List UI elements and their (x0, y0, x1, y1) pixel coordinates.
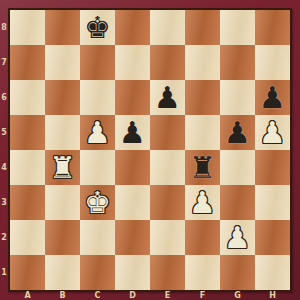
square-a8[interactable] (10, 10, 45, 45)
rank-label-4: 4 (0, 150, 8, 185)
piece-black-king[interactable]: ♚ (84, 10, 111, 45)
square-g4[interactable] (220, 150, 255, 185)
square-c1[interactable] (80, 255, 115, 290)
file-label-f: F (185, 291, 220, 300)
square-a5[interactable] (10, 115, 45, 150)
square-e4[interactable] (150, 150, 185, 185)
square-h1[interactable] (255, 255, 290, 290)
square-f8[interactable] (185, 10, 220, 45)
square-d5[interactable]: ♟ (115, 115, 150, 150)
square-h7[interactable] (255, 45, 290, 80)
square-c8[interactable]: ♚ (80, 10, 115, 45)
rank-label-7: 7 (0, 45, 8, 80)
square-d6[interactable] (115, 80, 150, 115)
chess-board: ♚♟♟♟♟♟♟♜♜♚♟♟ (8, 8, 292, 292)
square-a4[interactable] (10, 150, 45, 185)
square-g3[interactable] (220, 185, 255, 220)
square-d8[interactable] (115, 10, 150, 45)
rank-labels: 87654321 (0, 10, 8, 290)
square-h4[interactable] (255, 150, 290, 185)
piece-white-pawn[interactable]: ♟ (189, 185, 216, 220)
square-b6[interactable] (45, 80, 80, 115)
rank-label-8: 8 (0, 10, 8, 45)
square-e8[interactable] (150, 10, 185, 45)
square-h6[interactable]: ♟ (255, 80, 290, 115)
square-g8[interactable] (220, 10, 255, 45)
rank-label-3: 3 (0, 185, 8, 220)
square-g2[interactable]: ♟ (220, 220, 255, 255)
rank-label-1: 1 (0, 255, 8, 290)
square-g6[interactable] (220, 80, 255, 115)
square-f6[interactable] (185, 80, 220, 115)
square-e6[interactable]: ♟ (150, 80, 185, 115)
square-b8[interactable] (45, 10, 80, 45)
file-label-g: G (220, 291, 255, 300)
file-label-b: B (45, 291, 80, 300)
square-a2[interactable] (10, 220, 45, 255)
square-d4[interactable] (115, 150, 150, 185)
square-c6[interactable] (80, 80, 115, 115)
square-h3[interactable] (255, 185, 290, 220)
piece-white-pawn[interactable]: ♟ (224, 220, 251, 255)
piece-black-pawn[interactable]: ♟ (224, 115, 251, 150)
square-b2[interactable] (45, 220, 80, 255)
square-f7[interactable] (185, 45, 220, 80)
square-a3[interactable] (10, 185, 45, 220)
file-label-a: A (10, 291, 45, 300)
square-g1[interactable] (220, 255, 255, 290)
square-b4[interactable]: ♜ (45, 150, 80, 185)
square-a1[interactable] (10, 255, 45, 290)
square-c7[interactable] (80, 45, 115, 80)
square-c2[interactable] (80, 220, 115, 255)
square-b3[interactable] (45, 185, 80, 220)
square-g7[interactable] (220, 45, 255, 80)
file-label-h: H (255, 291, 290, 300)
file-label-c: C (80, 291, 115, 300)
square-a7[interactable] (10, 45, 45, 80)
square-h2[interactable] (255, 220, 290, 255)
square-e3[interactable] (150, 185, 185, 220)
piece-white-pawn[interactable]: ♟ (259, 115, 286, 150)
piece-white-rook[interactable]: ♜ (49, 150, 76, 185)
square-e7[interactable] (150, 45, 185, 80)
square-b1[interactable] (45, 255, 80, 290)
square-e1[interactable] (150, 255, 185, 290)
piece-black-pawn[interactable]: ♟ (259, 80, 286, 115)
square-f1[interactable] (185, 255, 220, 290)
square-e5[interactable] (150, 115, 185, 150)
square-f3[interactable]: ♟ (185, 185, 220, 220)
square-h8[interactable] (255, 10, 290, 45)
square-h5[interactable]: ♟ (255, 115, 290, 150)
square-b7[interactable] (45, 45, 80, 80)
rank-label-6: 6 (0, 80, 8, 115)
square-g5[interactable]: ♟ (220, 115, 255, 150)
square-d7[interactable] (115, 45, 150, 80)
square-d2[interactable] (115, 220, 150, 255)
square-c3[interactable]: ♚ (80, 185, 115, 220)
square-d1[interactable] (115, 255, 150, 290)
piece-black-pawn[interactable]: ♟ (154, 80, 181, 115)
square-c4[interactable] (80, 150, 115, 185)
square-f2[interactable] (185, 220, 220, 255)
square-f5[interactable] (185, 115, 220, 150)
square-a6[interactable] (10, 80, 45, 115)
piece-black-rook[interactable]: ♜ (189, 150, 216, 185)
square-b5[interactable] (45, 115, 80, 150)
file-label-e: E (150, 291, 185, 300)
chess-diagram: { "game": "chess", "position": { "fen": … (0, 0, 300, 300)
file-label-d: D (115, 291, 150, 300)
piece-white-pawn[interactable]: ♟ (84, 115, 111, 150)
square-d3[interactable] (115, 185, 150, 220)
file-labels: ABCDEFGH (10, 291, 290, 300)
rank-label-5: 5 (0, 115, 8, 150)
square-f4[interactable]: ♜ (185, 150, 220, 185)
rank-label-2: 2 (0, 220, 8, 255)
piece-black-pawn[interactable]: ♟ (119, 115, 146, 150)
square-c5[interactable]: ♟ (80, 115, 115, 150)
piece-white-king[interactable]: ♚ (84, 185, 111, 220)
square-e2[interactable] (150, 220, 185, 255)
